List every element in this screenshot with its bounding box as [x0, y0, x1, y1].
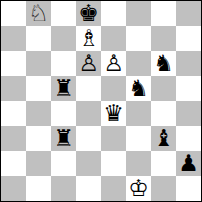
white-king[interactable]: ♔ — [126, 176, 151, 201]
square-h2[interactable]: ♟ — [176, 151, 201, 176]
square-c2[interactable] — [51, 151, 76, 176]
square-h5[interactable] — [176, 76, 201, 101]
square-h8[interactable] — [176, 1, 201, 26]
square-a4[interactable] — [1, 101, 26, 126]
square-c1[interactable] — [51, 176, 76, 201]
white-knight[interactable]: ♘ — [26, 1, 51, 26]
square-h6[interactable] — [176, 51, 201, 76]
square-f4[interactable] — [126, 101, 151, 126]
square-e2[interactable] — [101, 151, 126, 176]
square-b5[interactable] — [26, 76, 51, 101]
square-e1[interactable] — [101, 176, 126, 201]
square-b1[interactable] — [26, 176, 51, 201]
square-f8[interactable] — [126, 1, 151, 26]
square-c4[interactable] — [51, 101, 76, 126]
square-g8[interactable] — [151, 1, 176, 26]
square-g6[interactable]: ♞ — [151, 51, 176, 76]
square-f3[interactable] — [126, 126, 151, 151]
white-bishop[interactable]: ♗ — [76, 26, 101, 51]
square-a5[interactable] — [1, 76, 26, 101]
square-f7[interactable] — [126, 26, 151, 51]
square-b3[interactable] — [26, 126, 51, 151]
square-f6[interactable] — [126, 51, 151, 76]
square-h4[interactable] — [176, 101, 201, 126]
black-knight[interactable]: ♞ — [151, 51, 176, 76]
black-bishop[interactable]: ♝ — [151, 126, 176, 151]
square-e5[interactable] — [101, 76, 126, 101]
square-c8[interactable] — [51, 1, 76, 26]
square-d3[interactable] — [76, 126, 101, 151]
square-g2[interactable] — [151, 151, 176, 176]
square-e6[interactable]: ♙ — [101, 51, 126, 76]
square-d2[interactable] — [76, 151, 101, 176]
black-queen[interactable]: ♛ — [101, 101, 126, 126]
square-e3[interactable] — [101, 126, 126, 151]
square-h7[interactable] — [176, 26, 201, 51]
square-a7[interactable] — [1, 26, 26, 51]
black-pawn[interactable]: ♟ — [176, 151, 201, 176]
square-g7[interactable] — [151, 26, 176, 51]
black-king[interactable]: ♚ — [76, 1, 101, 26]
square-e8[interactable] — [101, 1, 126, 26]
square-h3[interactable] — [176, 126, 201, 151]
square-b4[interactable] — [26, 101, 51, 126]
white-pawn[interactable]: ♙ — [76, 51, 101, 76]
square-d7[interactable]: ♗ — [76, 26, 101, 51]
square-a6[interactable] — [1, 51, 26, 76]
square-d8[interactable]: ♚ — [76, 1, 101, 26]
square-d4[interactable] — [76, 101, 101, 126]
square-a3[interactable] — [1, 126, 26, 151]
square-c6[interactable] — [51, 51, 76, 76]
square-b2[interactable] — [26, 151, 51, 176]
board-grid: ♘♚♗♙♙♞♜♞♛♜♝♟♔ — [1, 1, 201, 201]
square-g5[interactable] — [151, 76, 176, 101]
black-rook[interactable]: ♜ — [51, 126, 76, 151]
square-c5[interactable]: ♜ — [51, 76, 76, 101]
square-c7[interactable] — [51, 26, 76, 51]
square-a8[interactable] — [1, 1, 26, 26]
square-g4[interactable] — [151, 101, 176, 126]
white-pawn[interactable]: ♙ — [101, 51, 126, 76]
square-a2[interactable] — [1, 151, 26, 176]
square-g3[interactable]: ♝ — [151, 126, 176, 151]
square-b7[interactable] — [26, 26, 51, 51]
chess-board: ♘♚♗♙♙♞♜♞♛♜♝♟♔ — [0, 0, 202, 202]
square-e4[interactable]: ♛ — [101, 101, 126, 126]
square-d1[interactable] — [76, 176, 101, 201]
black-rook[interactable]: ♜ — [51, 76, 76, 101]
square-c3[interactable]: ♜ — [51, 126, 76, 151]
square-f1[interactable]: ♔ — [126, 176, 151, 201]
square-d5[interactable] — [76, 76, 101, 101]
black-knight[interactable]: ♞ — [126, 76, 151, 101]
square-g1[interactable] — [151, 176, 176, 201]
square-b8[interactable]: ♘ — [26, 1, 51, 26]
square-e7[interactable] — [101, 26, 126, 51]
square-b6[interactable] — [26, 51, 51, 76]
square-f2[interactable] — [126, 151, 151, 176]
square-d6[interactable]: ♙ — [76, 51, 101, 76]
square-h1[interactable] — [176, 176, 201, 201]
square-f5[interactable]: ♞ — [126, 76, 151, 101]
square-a1[interactable] — [1, 176, 26, 201]
